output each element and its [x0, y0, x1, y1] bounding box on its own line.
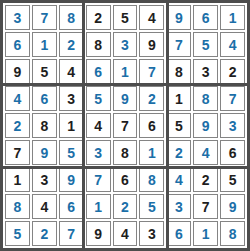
cell-r3c6[interactable]: 7 — [139, 59, 164, 84]
cell-r1c4[interactable]: 2 — [86, 5, 111, 30]
cell-r7c6[interactable]: 8 — [139, 167, 164, 192]
cell-r1c3[interactable]: 8 — [59, 5, 84, 30]
cell-r8c5[interactable]: 2 — [113, 194, 138, 219]
cell-r7c3[interactable]: 9 — [59, 167, 84, 192]
sudoku-board: 3782549616128397549546178324635921872814… — [0, 0, 250, 251]
cell-r3c7[interactable]: 8 — [166, 59, 191, 84]
cell-r1c7[interactable]: 9 — [166, 5, 191, 30]
cell-r9c1[interactable]: 5 — [5, 221, 30, 246]
cell-r7c2[interactable]: 3 — [32, 167, 57, 192]
cell-r8c6[interactable]: 5 — [139, 194, 164, 219]
cell-r6c6[interactable]: 1 — [139, 140, 164, 165]
cell-r5c9[interactable]: 3 — [220, 113, 245, 138]
cell-r1c1[interactable]: 3 — [5, 5, 30, 30]
cell-r8c4[interactable]: 1 — [86, 194, 111, 219]
cell-r4c9[interactable]: 7 — [220, 86, 245, 111]
cell-r9c4[interactable]: 9 — [86, 221, 111, 246]
cell-r5c4[interactable]: 4 — [86, 113, 111, 138]
cell-r7c4[interactable]: 7 — [86, 167, 111, 192]
cell-r1c5[interactable]: 5 — [113, 5, 138, 30]
cell-r4c3[interactable]: 3 — [59, 86, 84, 111]
cell-r6c5[interactable]: 8 — [113, 140, 138, 165]
cell-r5c6[interactable]: 6 — [139, 113, 164, 138]
cell-r2c7[interactable]: 7 — [166, 32, 191, 57]
cell-r6c2[interactable]: 9 — [32, 140, 57, 165]
cell-r6c7[interactable]: 2 — [166, 140, 191, 165]
cell-r9c7[interactable]: 6 — [166, 221, 191, 246]
cell-r9c5[interactable]: 4 — [113, 221, 138, 246]
cell-r8c3[interactable]: 6 — [59, 194, 84, 219]
cell-r4c5[interactable]: 9 — [113, 86, 138, 111]
cell-r5c8[interactable]: 9 — [193, 113, 218, 138]
cell-r9c8[interactable]: 1 — [193, 221, 218, 246]
cell-r8c8[interactable]: 7 — [193, 194, 218, 219]
cell-r2c5[interactable]: 3 — [113, 32, 138, 57]
cell-r9c6[interactable]: 3 — [139, 221, 164, 246]
cell-r2c3[interactable]: 2 — [59, 32, 84, 57]
cell-r3c5[interactable]: 1 — [113, 59, 138, 84]
cell-r2c1[interactable]: 6 — [5, 32, 30, 57]
cell-r5c2[interactable]: 8 — [32, 113, 57, 138]
cell-r4c4[interactable]: 5 — [86, 86, 111, 111]
cell-r5c5[interactable]: 7 — [113, 113, 138, 138]
cell-r9c2[interactable]: 2 — [32, 221, 57, 246]
cell-r8c7[interactable]: 3 — [166, 194, 191, 219]
cell-r2c4[interactable]: 8 — [86, 32, 111, 57]
cell-r2c8[interactable]: 5 — [193, 32, 218, 57]
cell-r4c8[interactable]: 8 — [193, 86, 218, 111]
cell-r1c2[interactable]: 7 — [32, 5, 57, 30]
cell-r4c7[interactable]: 1 — [166, 86, 191, 111]
cell-r3c3[interactable]: 4 — [59, 59, 84, 84]
cell-r3c8[interactable]: 3 — [193, 59, 218, 84]
cell-r5c1[interactable]: 2 — [5, 113, 30, 138]
cell-r9c9[interactable]: 8 — [220, 221, 245, 246]
cell-r9c3[interactable]: 7 — [59, 221, 84, 246]
cell-r3c9[interactable]: 2 — [220, 59, 245, 84]
cell-r2c9[interactable]: 4 — [220, 32, 245, 57]
cell-r1c6[interactable]: 4 — [139, 5, 164, 30]
cell-r7c5[interactable]: 6 — [113, 167, 138, 192]
cell-r7c1[interactable]: 1 — [5, 167, 30, 192]
cell-r4c1[interactable]: 4 — [5, 86, 30, 111]
cell-r7c7[interactable]: 4 — [166, 167, 191, 192]
cell-r6c4[interactable]: 3 — [86, 140, 111, 165]
cell-r8c9[interactable]: 9 — [220, 194, 245, 219]
cell-r6c9[interactable]: 6 — [220, 140, 245, 165]
cell-r8c2[interactable]: 4 — [32, 194, 57, 219]
cell-r1c8[interactable]: 6 — [193, 5, 218, 30]
cell-r8c1[interactable]: 8 — [5, 194, 30, 219]
cell-r1c9[interactable]: 1 — [220, 5, 245, 30]
cell-r6c3[interactable]: 5 — [59, 140, 84, 165]
cell-r4c6[interactable]: 2 — [139, 86, 164, 111]
cell-r5c7[interactable]: 5 — [166, 113, 191, 138]
cell-r2c6[interactable]: 9 — [139, 32, 164, 57]
cell-r6c1[interactable]: 7 — [5, 140, 30, 165]
cell-r2c2[interactable]: 1 — [32, 32, 57, 57]
cell-r3c2[interactable]: 5 — [32, 59, 57, 84]
cell-r4c2[interactable]: 6 — [32, 86, 57, 111]
cell-r6c8[interactable]: 4 — [193, 140, 218, 165]
sudoku-board-wrap: 3782549616128397549546178324635921872814… — [0, 0, 250, 251]
cell-r7c8[interactable]: 2 — [193, 167, 218, 192]
cell-r7c9[interactable]: 5 — [220, 167, 245, 192]
cell-r3c1[interactable]: 9 — [5, 59, 30, 84]
cell-r5c3[interactable]: 1 — [59, 113, 84, 138]
cell-r3c4[interactable]: 6 — [86, 59, 111, 84]
